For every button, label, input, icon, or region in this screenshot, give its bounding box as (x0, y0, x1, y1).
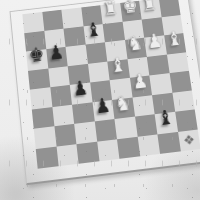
square-h1: ❖ (178, 129, 200, 151)
square-g6: ♟ (144, 35, 166, 56)
square-e5: ♝ (107, 59, 129, 80)
board-logo-emblem: ❖ (178, 129, 200, 151)
square-e2 (114, 117, 137, 139)
square-c4: ♟ (70, 83, 92, 105)
chessboard-photo: ♜♚♜♝♚♟♞♟♝♝♟♟♟♞♝❖ (0, 0, 200, 200)
square-e7 (103, 21, 125, 42)
square-g3 (152, 92, 175, 114)
white-king-f8: ♚ (119, 0, 141, 18)
square-e6 (105, 40, 127, 61)
square-a7 (24, 30, 46, 51)
square-b8 (42, 10, 64, 31)
square-a8 (22, 12, 43, 33)
square-c5 (68, 63, 90, 84)
square-d1 (97, 139, 120, 161)
square-f5 (127, 56, 149, 77)
square-e4 (110, 78, 132, 100)
square-h6: ♝ (164, 33, 186, 54)
square-a1 (36, 146, 58, 169)
square-b3 (52, 104, 74, 126)
square-g7 (142, 17, 164, 38)
square-d5 (87, 61, 109, 82)
square-c6 (66, 45, 88, 66)
square-e3: ♞ (112, 97, 135, 119)
square-f7 (122, 19, 144, 40)
square-b7 (44, 28, 66, 49)
square-d2 (94, 119, 117, 141)
square-a4 (30, 87, 52, 109)
square-f2 (135, 114, 158, 136)
square-b2 (54, 124, 76, 146)
square-a6: ♚ (26, 49, 48, 70)
square-b4 (50, 85, 72, 107)
square-g4 (149, 73, 172, 95)
white-rook-g8: ♜ (138, 0, 161, 16)
square-b1 (56, 144, 79, 167)
square-d7: ♝ (83, 24, 105, 45)
square-b5 (48, 66, 70, 87)
square-g2: ♝ (155, 112, 178, 134)
square-h2 (175, 109, 198, 131)
square-c8 (61, 8, 83, 29)
square-h5 (166, 52, 189, 73)
white-rook-e8: ♜ (99, 0, 121, 21)
square-e8: ♜ (100, 3, 122, 24)
square-d6 (85, 42, 107, 63)
square-b6: ♟ (46, 47, 68, 68)
square-g1 (157, 131, 180, 153)
chess-board: ♜♚♜♝♚♟♞♟♝♝♟♟♟♞♝❖ (22, 0, 200, 169)
square-c7 (63, 26, 85, 47)
square-f4: ♟ (129, 75, 151, 97)
square-h4 (169, 71, 192, 93)
chessboard-mat: ♜♚♜♝♚♟♞♟♝♝♟♟♟♞♝❖ (10, 0, 200, 185)
square-c3 (72, 102, 94, 124)
square-e1 (117, 136, 140, 158)
square-d3: ♟ (92, 99, 114, 121)
square-a3 (32, 107, 54, 129)
square-c1 (76, 141, 99, 164)
square-g5 (147, 54, 169, 75)
square-f6: ♞ (125, 38, 147, 59)
square-h3 (172, 90, 195, 112)
square-f8: ♚ (120, 1, 142, 22)
square-d4 (90, 80, 112, 102)
square-a5 (28, 68, 50, 90)
square-f1 (137, 134, 160, 156)
square-a2 (34, 126, 56, 148)
square-c2 (74, 121, 97, 143)
square-f3 (132, 95, 155, 117)
square-h7 (161, 15, 183, 36)
square-d8 (81, 5, 103, 26)
